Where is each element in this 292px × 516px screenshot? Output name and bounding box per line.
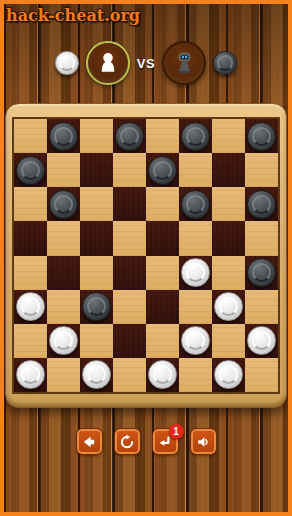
- black-piece[interactable]: [148, 156, 177, 185]
- square-r4c6: [179, 221, 212, 255]
- square-r3c1: [14, 187, 47, 221]
- player-avatar-human[interactable]: [86, 41, 130, 85]
- square-r7c4[interactable]: [113, 324, 146, 358]
- square-r4c5[interactable]: [146, 221, 179, 255]
- black-piece[interactable]: [115, 122, 144, 151]
- white-piece[interactable]: [148, 360, 177, 389]
- square-r8c3[interactable]: [80, 358, 113, 392]
- square-r7c2[interactable]: [47, 324, 80, 358]
- square-r4c8: [245, 221, 278, 255]
- square-r2c1[interactable]: [14, 153, 47, 187]
- square-r7c8[interactable]: [245, 324, 278, 358]
- square-r7c7: [212, 324, 245, 358]
- square-r5c7: [212, 256, 245, 290]
- square-r3c6[interactable]: [179, 187, 212, 221]
- square-r4c2: [47, 221, 80, 255]
- square-r2c3[interactable]: [80, 153, 113, 187]
- back-button[interactable]: [77, 429, 102, 454]
- robot-icon: [171, 50, 198, 77]
- square-r3c7: [212, 187, 245, 221]
- square-r1c1: [14, 119, 47, 153]
- square-r6c2: [47, 290, 80, 324]
- square-r3c3: [80, 187, 113, 221]
- white-piece[interactable]: [247, 326, 276, 355]
- square-r1c6[interactable]: [179, 119, 212, 153]
- black-piece[interactable]: [181, 122, 210, 151]
- square-r2c5[interactable]: [146, 153, 179, 187]
- restart-icon: [119, 434, 135, 450]
- square-r4c4: [113, 221, 146, 255]
- square-r5c6[interactable]: [179, 256, 212, 290]
- black-piece[interactable]: [49, 122, 78, 151]
- square-r7c6[interactable]: [179, 324, 212, 358]
- square-r5c4[interactable]: [113, 256, 146, 290]
- checkers-board-frame: [5, 103, 287, 408]
- white-piece[interactable]: [214, 292, 243, 321]
- white-piece[interactable]: [16, 292, 45, 321]
- square-r3c2[interactable]: [47, 187, 80, 221]
- white-captured-tray-piece: [55, 51, 79, 75]
- black-piece[interactable]: [82, 292, 111, 321]
- square-r2c6: [179, 153, 212, 187]
- square-r8c4: [113, 358, 146, 392]
- square-r8c2: [47, 358, 80, 392]
- square-r6c4: [113, 290, 146, 324]
- black-piece[interactable]: [49, 190, 78, 219]
- bottom-toolbar: 1: [4, 429, 288, 454]
- square-r7c3: [80, 324, 113, 358]
- vs-label: VS: [137, 56, 155, 71]
- square-r4c1[interactable]: [14, 221, 47, 255]
- square-r4c7[interactable]: [212, 221, 245, 255]
- black-piece[interactable]: [247, 190, 276, 219]
- square-r1c4[interactable]: [113, 119, 146, 153]
- white-piece[interactable]: [16, 360, 45, 389]
- person-icon: [95, 50, 121, 76]
- square-r2c2: [47, 153, 80, 187]
- square-r1c7: [212, 119, 245, 153]
- square-r4c3[interactable]: [80, 221, 113, 255]
- square-r5c5: [146, 256, 179, 290]
- square-r8c1[interactable]: [14, 358, 47, 392]
- black-piece[interactable]: [247, 122, 276, 151]
- black-piece[interactable]: [181, 190, 210, 219]
- square-r8c7[interactable]: [212, 358, 245, 392]
- white-piece[interactable]: [49, 326, 78, 355]
- square-r3c8[interactable]: [245, 187, 278, 221]
- square-r6c1[interactable]: [14, 290, 47, 324]
- restart-button[interactable]: [115, 429, 140, 454]
- watermark-text: hack-cheat.org: [6, 6, 140, 25]
- square-r6c7[interactable]: [212, 290, 245, 324]
- undo-button[interactable]: 1: [153, 429, 178, 454]
- square-r1c5: [146, 119, 179, 153]
- square-r2c7[interactable]: [212, 153, 245, 187]
- square-r6c5[interactable]: [146, 290, 179, 324]
- black-piece[interactable]: [247, 258, 276, 287]
- square-r2c8: [245, 153, 278, 187]
- square-r1c8[interactable]: [245, 119, 278, 153]
- speaker-icon: [195, 434, 211, 450]
- match-header: VS: [4, 41, 288, 85]
- black-captured-tray-piece: [213, 51, 237, 75]
- undo-count-badge: 1: [169, 424, 184, 439]
- square-r7c1: [14, 324, 47, 358]
- square-r5c3: [80, 256, 113, 290]
- square-r8c6: [179, 358, 212, 392]
- square-r5c8[interactable]: [245, 256, 278, 290]
- square-r3c5: [146, 187, 179, 221]
- back-arrow-icon: [81, 434, 97, 450]
- black-piece[interactable]: [16, 156, 45, 185]
- square-r1c3: [80, 119, 113, 153]
- white-piece[interactable]: [181, 258, 210, 287]
- sound-button[interactable]: [191, 429, 216, 454]
- white-piece[interactable]: [82, 360, 111, 389]
- square-r8c5[interactable]: [146, 358, 179, 392]
- square-r5c1: [14, 256, 47, 290]
- square-r8c8: [245, 358, 278, 392]
- square-r7c5: [146, 324, 179, 358]
- white-piece[interactable]: [214, 360, 243, 389]
- square-r1c2[interactable]: [47, 119, 80, 153]
- player-avatar-robot[interactable]: [162, 41, 206, 85]
- square-r2c4: [113, 153, 146, 187]
- square-r3c4[interactable]: [113, 187, 146, 221]
- board-grid: [12, 117, 280, 394]
- square-r6c6: [179, 290, 212, 324]
- square-r5c2[interactable]: [47, 256, 80, 290]
- app-screen: hack-cheat.org VS: [0, 0, 292, 516]
- white-piece[interactable]: [181, 326, 210, 355]
- square-r6c8: [245, 290, 278, 324]
- square-r6c3[interactable]: [80, 290, 113, 324]
